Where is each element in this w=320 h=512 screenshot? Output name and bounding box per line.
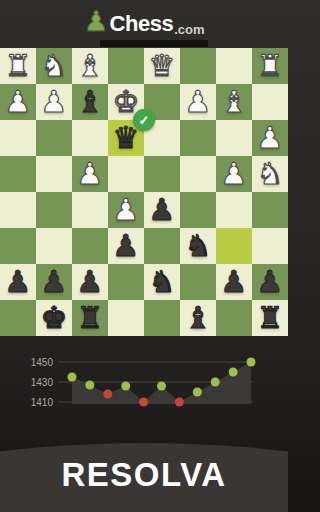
square-d5[interactable]: ♟ [144,192,180,228]
ad-screen: ♟ Chess .com ♜♞♝♛♜♟♟♝♚♟♝♛♟♟♟♞♟♟♟♞♟♟♟♞♟♟♚… [0,0,288,512]
square-a6[interactable] [252,228,288,264]
square-d4[interactable] [144,156,180,192]
rating-dot-loss [103,390,112,399]
square-h1[interactable]: ♜ [0,48,36,84]
square-a5[interactable] [252,192,288,228]
square-b1[interactable] [216,48,252,84]
logo-underbar-decoration [100,40,208,47]
black-bishop[interactable]: ♝ [185,300,212,336]
square-h3[interactable] [0,120,36,156]
square-g3[interactable] [36,120,72,156]
white-pawn[interactable]: ♟ [113,192,140,228]
square-f1[interactable]: ♝ [72,48,108,84]
white-bishop[interactable]: ♝ [77,48,104,84]
square-f3[interactable] [72,120,108,156]
rating-dot-loss [139,398,148,407]
square-c6[interactable]: ♞ [180,228,216,264]
square-h6[interactable] [0,228,36,264]
white-rook[interactable]: ♜ [257,48,284,84]
square-g1[interactable]: ♞ [36,48,72,84]
black-knight[interactable]: ♞ [149,264,176,300]
black-pawn[interactable]: ♟ [149,192,176,228]
white-pawn[interactable]: ♟ [5,84,32,120]
square-f4[interactable]: ♟ [72,156,108,192]
square-b3[interactable] [216,120,252,156]
square-d7[interactable]: ♞ [144,264,180,300]
chesscom-pawn-icon: ♟ [84,8,109,36]
square-g2[interactable]: ♟ [36,84,72,120]
rating-dot-win [157,382,166,391]
logo-suffix: .com [174,22,204,42]
chess-board: ♜♞♝♛♜♟♟♝♚♟♝♛♟♟♟♞♟♟♟♞♟♟♟♞♟♟♚♜♝♜✓ [0,48,288,336]
black-pawn[interactable]: ♟ [77,264,104,300]
black-pawn[interactable]: ♟ [221,264,248,300]
square-a8[interactable]: ♜ [252,300,288,336]
white-pawn[interactable]: ♟ [221,156,248,192]
square-h4[interactable] [0,156,36,192]
rating-dot-win [211,378,220,387]
white-pawn[interactable]: ♟ [257,120,284,156]
square-g7[interactable]: ♟ [36,264,72,300]
square-f8[interactable]: ♜ [72,300,108,336]
square-d8[interactable] [144,300,180,336]
square-c4[interactable] [180,156,216,192]
square-h7[interactable]: ♟ [0,264,36,300]
square-b7[interactable]: ♟ [216,264,252,300]
square-a3[interactable]: ♟ [252,120,288,156]
square-h5[interactable] [0,192,36,228]
logo-text: Chess [110,11,174,37]
black-pawn[interactable]: ♟ [41,264,68,300]
white-bishop[interactable]: ♝ [221,84,248,120]
square-a4[interactable]: ♞ [252,156,288,192]
square-g4[interactable] [36,156,72,192]
rating-dot-win [247,358,256,367]
black-rook[interactable]: ♜ [77,300,104,336]
black-rook[interactable]: ♜ [257,300,284,336]
square-c2[interactable]: ♟ [180,84,216,120]
square-b4[interactable]: ♟ [216,156,252,192]
white-pawn[interactable]: ♟ [185,84,212,120]
black-bishop[interactable]: ♝ [77,84,104,120]
white-queen[interactable]: ♛ [149,48,176,84]
rating-dot-win [229,368,238,377]
chesscom-logo[interactable]: ♟ Chess .com [0,6,288,42]
rating-dot-win [85,381,94,390]
square-c7[interactable] [180,264,216,300]
square-d6[interactable] [144,228,180,264]
rating-dot-win [68,373,77,382]
square-f5[interactable] [72,192,108,228]
square-c5[interactable] [180,192,216,228]
square-g6[interactable] [36,228,72,264]
square-b8[interactable] [216,300,252,336]
square-f7[interactable]: ♟ [72,264,108,300]
black-pawn[interactable]: ♟ [113,228,140,264]
square-f6[interactable] [72,228,108,264]
move-correct-check-icon: ✓ [133,109,155,131]
chart-tick-label: 1450 [31,357,54,368]
square-e8[interactable] [108,300,144,336]
square-a7[interactable]: ♟ [252,264,288,300]
white-knight[interactable]: ♞ [257,156,284,192]
white-rook[interactable]: ♜ [5,48,32,84]
white-pawn[interactable]: ♟ [41,84,68,120]
square-b6[interactable] [216,228,252,264]
rating-dot-win [121,382,130,391]
rating-chart: 145014301410 [0,340,288,440]
square-f2[interactable]: ♝ [72,84,108,120]
rating-dot-loss [175,398,184,407]
square-e7[interactable] [108,264,144,300]
chart-tick-label: 1430 [31,377,54,388]
square-d1[interactable]: ♛ [144,48,180,84]
square-b2[interactable]: ♝ [216,84,252,120]
square-c3[interactable] [180,120,216,156]
white-pawn[interactable]: ♟ [77,156,104,192]
square-e4[interactable] [108,156,144,192]
black-king[interactable]: ♚ [41,300,68,336]
square-e1[interactable] [108,48,144,84]
square-e6[interactable]: ♟ [108,228,144,264]
square-c1[interactable] [180,48,216,84]
square-g8[interactable]: ♚ [36,300,72,336]
resolva-cta-button[interactable]: RESOLVA [0,456,288,494]
rating-dot-win [193,388,202,397]
chart-tick-label: 1410 [31,397,54,408]
square-h2[interactable]: ♟ [0,84,36,120]
black-knight[interactable]: ♞ [185,228,212,264]
square-e5[interactable]: ♟ [108,192,144,228]
square-b5[interactable] [216,192,252,228]
square-a1[interactable]: ♜ [252,48,288,84]
square-h8[interactable] [0,300,36,336]
square-g5[interactable] [36,192,72,228]
square-c8[interactable]: ♝ [180,300,216,336]
black-pawn[interactable]: ♟ [257,264,284,300]
black-pawn[interactable]: ♟ [5,264,32,300]
white-knight[interactable]: ♞ [41,48,68,84]
square-a2[interactable] [252,84,288,120]
